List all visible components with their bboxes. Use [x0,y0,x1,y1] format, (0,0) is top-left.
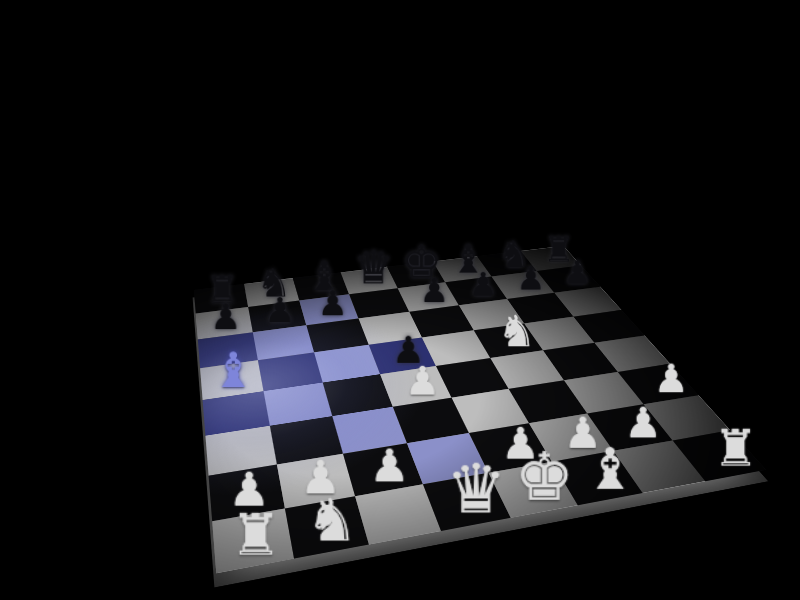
white-pawn-h3[interactable]: ♟ [653,359,688,398]
white-pawn-c2[interactable]: ♟ [369,444,409,489]
white-pawn-b2[interactable]: ♟ [299,455,340,501]
square-h2[interactable] [644,395,731,440]
white-rook-a1[interactable]: ♜ [230,508,281,565]
board-3d-scene: ♜♞♝♛♚♝♞♜♟♟♟♟♟♟♟♝♟♞♟♟♟♟♟♟♟♟♜♞♛♚♝♜ [0,0,800,600]
square-c6[interactable] [306,318,368,352]
square-b3[interactable] [270,416,343,464]
square-b4[interactable] [264,383,333,426]
white-pawn-a2[interactable]: ♟ [228,467,270,514]
black-bishop-c8[interactable]: ♝ [306,256,342,296]
chess-app-stage: ♜♞♝♛♚♝♞♜♟♟♟♟♟♟♟♝♟♞♟♟♟♟♟♟♟♟♜♞♛♚♝♜ [0,0,800,600]
black-knight-b8[interactable]: ♞ [256,264,291,303]
chess-board: ♜♞♝♛♚♝♞♜♟♟♟♟♟♟♟♝♟♞♟♟♟♟♟♟♟♟♜♞♛♚♝♜ [194,246,766,573]
black-rook-h8[interactable]: ♜ [543,233,574,268]
white-rook-h1[interactable]: ♜ [713,424,758,474]
white-knight-b1[interactable]: ♞ [305,492,357,550]
black-rook-a8[interactable]: ♜ [205,271,239,309]
